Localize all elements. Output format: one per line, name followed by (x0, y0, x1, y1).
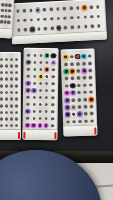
bur-hole (14, 102, 19, 109)
hole-opening (10, 91, 14, 95)
bur-tray-right (60, 48, 97, 136)
hole-opening (64, 62, 68, 66)
hole-opening (27, 68, 31, 72)
hole-opening (70, 55, 74, 59)
hole-opening (63, 7, 67, 11)
bur-hole (50, 59, 56, 66)
bur-tray-middle (22, 48, 58, 140)
bur-hole (14, 69, 19, 76)
hole-opening (17, 28, 21, 32)
violet-bur (25, 80, 31, 86)
hole-opening (50, 17, 54, 21)
bur-hole-grid (0, 56, 19, 129)
hole-opening (8, 3, 12, 7)
hole-opening (51, 96, 55, 100)
hole-opening (45, 103, 49, 107)
hole-opening (51, 117, 55, 121)
hole-opening (71, 98, 75, 102)
hole-opening (96, 5, 100, 9)
hole-opening (97, 15, 101, 19)
hole-opening (39, 61, 43, 65)
hole-opening (50, 27, 54, 31)
hole-opening (90, 105, 94, 109)
hole-opening (90, 112, 94, 116)
hole-opening (0, 111, 3, 115)
hole-opening (24, 28, 28, 32)
hole-opening (33, 82, 37, 86)
hole-opening (39, 54, 43, 58)
hole-opening (0, 117, 3, 121)
green-bur (44, 53, 50, 59)
hole-opening (49, 7, 53, 11)
hole-opening (70, 26, 74, 30)
hole-opening (76, 62, 80, 66)
bur-hole (14, 76, 19, 83)
bur-hole (7, 19, 11, 25)
hole-opening (5, 111, 9, 115)
hole-opening (15, 111, 19, 115)
red-orange-bur (44, 67, 50, 73)
hole-opening (39, 68, 43, 72)
hole-opening (65, 77, 69, 81)
hole-opening (10, 124, 14, 128)
hole-opening (32, 117, 36, 121)
hole-opening (0, 77, 3, 81)
hole-opening (76, 69, 80, 73)
hole-opening (10, 71, 14, 75)
hole-opening (0, 64, 3, 68)
dark-gray-bur (56, 25, 62, 31)
hole-opening (37, 27, 41, 31)
hole-opening (43, 8, 47, 12)
hole-opening (5, 84, 9, 88)
bur-hole-grid (0, 2, 11, 26)
hole-opening (10, 97, 14, 101)
bur-hole (50, 87, 56, 94)
hole-opening (51, 103, 55, 107)
navy-bur (29, 27, 35, 33)
hole-opening (88, 62, 92, 66)
bur-hole-grid (25, 52, 57, 129)
orchid-bur (37, 123, 43, 129)
violet-bur (31, 88, 37, 94)
hole-opening (33, 54, 37, 58)
hole-opening (56, 17, 60, 21)
hole-opening (5, 124, 9, 128)
tray-base (22, 129, 57, 140)
hole-opening (77, 16, 81, 20)
hole-opening (51, 82, 55, 86)
hole-opening (83, 83, 87, 87)
hole-opening (33, 61, 37, 65)
gray-bur (26, 59, 32, 65)
hole-opening (23, 9, 27, 13)
hole-opening (77, 25, 81, 29)
hole-opening (45, 61, 49, 65)
bur-tray-left-empty (0, 52, 21, 140)
bur-hole (14, 109, 19, 116)
hole-opening (0, 97, 3, 101)
hole-opening (76, 6, 80, 10)
bur-hole (14, 122, 19, 129)
bur-hole-grid (63, 53, 95, 126)
hole-opening (27, 54, 31, 58)
hole-opening (78, 105, 82, 109)
red-latch-clip (23, 132, 26, 139)
hole-opening (51, 124, 55, 128)
hole-opening (5, 71, 9, 75)
hole-opening (84, 25, 88, 29)
yellow-bur (38, 74, 44, 80)
hole-opening (33, 75, 37, 79)
white-bur (44, 74, 50, 80)
bur-hole (14, 116, 19, 123)
orchid-bur (25, 122, 31, 128)
hole-opening (16, 19, 20, 23)
bur-hole (94, 2, 101, 12)
hole-opening (32, 96, 36, 100)
hole-opening (63, 16, 67, 20)
bur-hole (95, 21, 102, 31)
hole-opening (65, 84, 69, 88)
hole-opening (15, 71, 19, 75)
bur-hole (50, 108, 56, 115)
hole-opening (90, 15, 94, 19)
bur-hole (14, 89, 19, 96)
hole-opening (56, 7, 60, 11)
hole-opening (89, 90, 93, 94)
bur-hole (14, 63, 19, 70)
hole-opening (30, 18, 34, 22)
orchid-bur (31, 123, 37, 129)
hole-opening (36, 18, 40, 22)
hole-opening (0, 58, 3, 62)
hole-opening (32, 110, 36, 114)
hole-opening (51, 75, 55, 79)
hole-opening (71, 77, 75, 81)
hole-opening (5, 104, 9, 108)
hole-opening (10, 58, 14, 62)
hole-opening (43, 17, 47, 21)
bur-hole (14, 56, 19, 63)
hole-opening (15, 97, 19, 101)
hole-opening (66, 120, 70, 124)
hole-opening (32, 103, 36, 107)
bur-hole (50, 73, 56, 80)
violet-bur (25, 87, 31, 93)
hole-opening (15, 77, 19, 81)
hole-opening (10, 77, 14, 81)
hole-opening (10, 64, 14, 68)
hole-opening (7, 9, 11, 13)
hole-opening (89, 76, 93, 80)
hole-opening (15, 58, 19, 62)
bur-hole (50, 66, 56, 73)
hole-opening (51, 68, 55, 72)
orange-bur (82, 5, 88, 11)
hole-opening (7, 15, 11, 19)
hole-opening (83, 91, 87, 95)
hole-opening (70, 16, 74, 20)
hole-opening (45, 89, 49, 93)
hole-opening (26, 103, 30, 107)
hole-opening (5, 58, 9, 62)
black-bur (51, 53, 57, 59)
hole-opening (69, 6, 73, 10)
hole-opening (5, 64, 9, 68)
hole-opening (77, 98, 81, 102)
bur-hole (14, 83, 19, 90)
hole-opening (72, 120, 76, 124)
hole-opening (5, 77, 9, 81)
hole-opening (45, 110, 49, 114)
hole-opening (33, 68, 37, 72)
hole-opening (15, 124, 19, 128)
hole-opening (16, 9, 20, 13)
gray-bur (35, 7, 41, 13)
hole-opening (45, 117, 49, 121)
violet-bur (25, 108, 31, 114)
hole-opening (45, 82, 49, 86)
bur-hole (50, 101, 56, 108)
hole-opening (0, 104, 3, 108)
tray-base (63, 124, 97, 136)
bur-hole (14, 96, 19, 103)
hole-opening (5, 91, 9, 95)
hole-opening (15, 84, 19, 88)
hole-opening (89, 83, 93, 87)
bur-hole (95, 11, 102, 21)
hole-opening (78, 120, 82, 124)
hole-opening (15, 91, 19, 95)
hole-opening (27, 75, 31, 79)
hole-opening (90, 25, 94, 29)
hole-opening (51, 110, 55, 114)
hole-opening (10, 117, 14, 121)
hole-opening (51, 89, 55, 93)
hole-opening (10, 84, 14, 88)
hole-opening (5, 117, 9, 121)
hole-opening (44, 27, 48, 31)
hole-opening (88, 54, 92, 58)
bur-hole (50, 80, 56, 87)
hole-opening (83, 98, 87, 102)
orange-bur (88, 96, 94, 102)
bur-hole (50, 94, 56, 101)
hole-opening (0, 124, 3, 128)
white-bur (38, 102, 44, 108)
photo-scene (0, 0, 113, 200)
hole-opening (83, 15, 87, 19)
hole-opening (82, 62, 86, 66)
hole-opening (88, 69, 92, 73)
hole-opening (15, 117, 19, 121)
hole-opening (10, 104, 14, 108)
hole-opening (15, 64, 19, 68)
hole-opening (89, 5, 93, 9)
hole-opening (84, 112, 88, 116)
hole-opening (39, 96, 43, 100)
lilac-bur (50, 60, 56, 66)
hole-opening (90, 119, 94, 123)
hole-opening (39, 89, 43, 93)
orchid-bur (43, 123, 49, 129)
hole-opening (70, 62, 74, 66)
hole-opening (38, 117, 42, 121)
hole-opening (0, 84, 3, 88)
bur-hole-grid (14, 2, 102, 36)
hole-opening (26, 96, 30, 100)
hole-opening (29, 8, 33, 12)
hole-opening (10, 111, 14, 115)
hole-opening (77, 84, 81, 88)
hole-opening (64, 26, 68, 30)
tray-base (0, 27, 12, 38)
hole-opening (83, 76, 87, 80)
hole-opening (77, 91, 81, 95)
hole-opening (84, 119, 88, 123)
hole-opening (45, 96, 49, 100)
hole-opening (0, 71, 3, 75)
hole-opening (97, 24, 101, 28)
hole-opening (77, 76, 81, 80)
hole-opening (0, 91, 3, 95)
hole-opening (26, 117, 30, 121)
bur-tray-horizontal (10, 0, 107, 44)
hole-opening (39, 82, 43, 86)
hole-opening (38, 110, 42, 114)
hole-opening (15, 104, 19, 108)
hole-opening (5, 97, 9, 101)
hole-opening (7, 21, 11, 25)
hole-opening (23, 18, 27, 22)
hole-opening (84, 105, 88, 109)
